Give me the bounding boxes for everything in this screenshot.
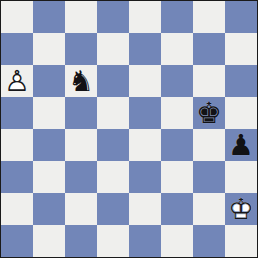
square-b5[interactable] [33, 97, 65, 129]
square-h5[interactable] [225, 97, 257, 129]
square-d5[interactable] [97, 97, 129, 129]
square-a8[interactable] [1, 1, 33, 33]
square-d1[interactable] [97, 225, 129, 257]
square-a5[interactable] [1, 97, 33, 129]
square-h3[interactable] [225, 161, 257, 193]
square-e5[interactable] [129, 97, 161, 129]
square-b4[interactable] [33, 129, 65, 161]
square-e3[interactable] [129, 161, 161, 193]
square-f7[interactable] [161, 33, 193, 65]
square-f6[interactable] [161, 65, 193, 97]
square-c4[interactable] [65, 129, 97, 161]
square-e8[interactable] [129, 1, 161, 33]
white-king[interactable]: ♚♔ [225, 193, 257, 225]
square-d4[interactable] [97, 129, 129, 161]
chess-board-frame: ♟♙♞♚♟♚♔ [0, 0, 258, 258]
square-g3[interactable] [193, 161, 225, 193]
square-b1[interactable] [33, 225, 65, 257]
square-a6[interactable]: ♟♙ [1, 65, 33, 97]
square-a1[interactable] [1, 225, 33, 257]
square-f3[interactable] [161, 161, 193, 193]
square-h8[interactable] [225, 1, 257, 33]
white-pawn[interactable]: ♟♙ [1, 65, 33, 97]
square-c5[interactable] [65, 97, 97, 129]
square-h6[interactable] [225, 65, 257, 97]
square-h1[interactable] [225, 225, 257, 257]
white-king-outline: ♔ [225, 193, 257, 225]
square-d7[interactable] [97, 33, 129, 65]
square-d3[interactable] [97, 161, 129, 193]
square-c8[interactable] [65, 1, 97, 33]
square-c2[interactable] [65, 193, 97, 225]
square-e4[interactable] [129, 129, 161, 161]
square-d2[interactable] [97, 193, 129, 225]
square-g8[interactable] [193, 1, 225, 33]
square-f4[interactable] [161, 129, 193, 161]
black-king[interactable]: ♚ [193, 97, 225, 129]
square-f5[interactable] [161, 97, 193, 129]
black-knight[interactable]: ♞ [65, 65, 97, 97]
square-a4[interactable] [1, 129, 33, 161]
square-h7[interactable] [225, 33, 257, 65]
square-g7[interactable] [193, 33, 225, 65]
square-e7[interactable] [129, 33, 161, 65]
square-b8[interactable] [33, 1, 65, 33]
square-c3[interactable] [65, 161, 97, 193]
square-e6[interactable] [129, 65, 161, 97]
square-g4[interactable] [193, 129, 225, 161]
square-d6[interactable] [97, 65, 129, 97]
square-f8[interactable] [161, 1, 193, 33]
square-e1[interactable] [129, 225, 161, 257]
square-f1[interactable] [161, 225, 193, 257]
square-b2[interactable] [33, 193, 65, 225]
square-a2[interactable] [1, 193, 33, 225]
square-d8[interactable] [97, 1, 129, 33]
white-pawn-outline: ♙ [1, 65, 33, 97]
square-g1[interactable] [193, 225, 225, 257]
square-h2[interactable]: ♚♔ [225, 193, 257, 225]
square-g5[interactable]: ♚ [193, 97, 225, 129]
square-c6[interactable]: ♞ [65, 65, 97, 97]
square-e2[interactable] [129, 193, 161, 225]
chess-board: ♟♙♞♚♟♚♔ [1, 1, 257, 257]
square-g6[interactable] [193, 65, 225, 97]
square-h4[interactable]: ♟ [225, 129, 257, 161]
square-b6[interactable] [33, 65, 65, 97]
square-a3[interactable] [1, 161, 33, 193]
square-c1[interactable] [65, 225, 97, 257]
square-c7[interactable] [65, 33, 97, 65]
square-b7[interactable] [33, 33, 65, 65]
square-a7[interactable] [1, 33, 33, 65]
square-g2[interactable] [193, 193, 225, 225]
square-b3[interactable] [33, 161, 65, 193]
black-pawn[interactable]: ♟ [225, 129, 257, 161]
square-f2[interactable] [161, 193, 193, 225]
